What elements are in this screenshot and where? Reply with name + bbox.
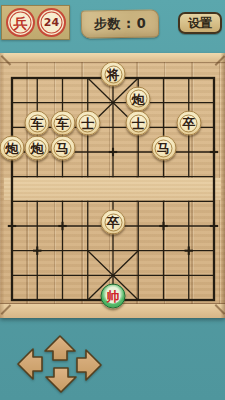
arrow-up-button[interactable] (45, 336, 75, 360)
app-screen: 兵 24 步数 : 0 设置 将炮车车士士卒炮炮马马卒帅 (0, 0, 225, 400)
pawn-icon-char: 兵 (14, 16, 28, 30)
dpad (0, 328, 120, 398)
pawn-icon: 兵 (6, 8, 35, 37)
piece-black-卒-f7r2[interactable]: 卒 (176, 111, 201, 136)
piece-character: 士 (132, 117, 145, 130)
pieces-layer: 将炮车车士士卒炮炮马马卒帅 (0, 53, 225, 318)
piece-black-马-f2r3[interactable]: 马 (50, 136, 75, 161)
piece-black-炮-f1r3[interactable]: 炮 (25, 136, 50, 161)
arrow-right-button[interactable] (77, 350, 101, 380)
piece-character: 车 (31, 117, 44, 130)
piece-character: 车 (56, 117, 69, 130)
piece-black-车-f1r2[interactable]: 车 (25, 111, 50, 136)
piece-character: 帅 (107, 290, 120, 303)
piece-character: 马 (157, 142, 170, 155)
level-number-badge: 24 (37, 8, 66, 37)
steps-counter-text: 步数 : 0 (94, 15, 147, 34)
piece-black-将-f4r0[interactable]: 将 (101, 62, 126, 87)
piece-black-车-f2r2[interactable]: 车 (50, 111, 75, 136)
piece-character: 马 (56, 142, 69, 155)
piece-black-炮-f5r1[interactable]: 炮 (126, 86, 151, 111)
piece-character: 炮 (6, 142, 19, 155)
level-badge: 兵 24 (1, 5, 70, 40)
piece-black-马-f6r3[interactable]: 马 (151, 136, 176, 161)
piece-black-士-f5r2[interactable]: 士 (126, 111, 151, 136)
arrow-left-button[interactable] (18, 349, 42, 379)
level-number: 24 (44, 17, 59, 28)
arrow-down-button[interactable] (46, 368, 76, 392)
xiangqi-board[interactable]: 将炮车车士士卒炮炮马马卒帅 (0, 53, 225, 318)
piece-character: 士 (81, 117, 94, 130)
settings-button[interactable]: 设置 (178, 12, 222, 34)
piece-character: 卒 (182, 117, 195, 130)
piece-character: 炮 (31, 142, 44, 155)
piece-black-士-f3r2[interactable]: 士 (75, 111, 100, 136)
piece-character: 将 (107, 68, 120, 81)
piece-black-卒-f4r6[interactable]: 卒 (101, 210, 126, 235)
piece-character: 卒 (107, 216, 120, 229)
piece-red-帅-f4r9[interactable]: 帅 (101, 284, 126, 309)
piece-black-炮-f0r3[interactable]: 炮 (0, 136, 25, 161)
steps-counter: 步数 : 0 (81, 9, 159, 38)
piece-character: 炮 (132, 92, 145, 105)
